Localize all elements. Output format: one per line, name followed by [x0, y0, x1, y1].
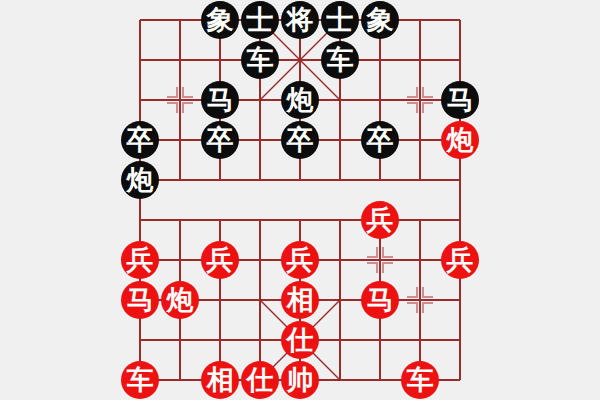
point-marker	[407, 287, 433, 313]
red-horse[interactable]: 马	[361, 281, 399, 319]
black-horse[interactable]: 马	[201, 81, 239, 119]
piece-glyph: 象	[367, 7, 394, 34]
piece-glyph: 车	[407, 367, 434, 394]
black-cannon[interactable]: 炮	[121, 161, 159, 199]
piece-glyph: 仕	[287, 327, 314, 354]
black-general[interactable]: 将	[281, 1, 319, 39]
point-marker	[407, 87, 433, 113]
xiangqi-diagram: 象士将士象车车马炮马卒卒卒卒炮炮兵兵兵兵兵马炮相马仕车相仕帅车	[0, 0, 600, 400]
piece-glyph: 车	[327, 47, 354, 74]
piece-glyph: 炮	[287, 87, 314, 114]
piece-glyph: 将	[287, 7, 314, 34]
piece-glyph: 炮	[167, 287, 194, 314]
piece-glyph: 兵	[447, 247, 474, 274]
piece-glyph: 马	[207, 87, 234, 114]
piece-glyph: 象	[207, 7, 234, 34]
piece-glyph: 相	[207, 367, 234, 394]
red-chariot[interactable]: 车	[401, 361, 439, 399]
black-soldier[interactable]: 卒	[361, 121, 399, 159]
piece-glyph: 士	[247, 7, 274, 34]
black-advisor[interactable]: 士	[241, 1, 279, 39]
piece-glyph: 仕	[247, 367, 274, 394]
red-soldier[interactable]: 兵	[281, 241, 319, 279]
red-soldier[interactable]: 兵	[441, 241, 479, 279]
black-soldier[interactable]: 卒	[281, 121, 319, 159]
red-soldier[interactable]: 兵	[361, 201, 399, 239]
black-horse[interactable]: 马	[441, 81, 479, 119]
piece-glyph: 兵	[287, 247, 314, 274]
piece-glyph: 兵	[207, 247, 234, 274]
piece-glyph: 卒	[367, 127, 394, 154]
red-elephant[interactable]: 相	[201, 361, 239, 399]
red-cannon[interactable]: 炮	[161, 281, 199, 319]
piece-glyph: 马	[367, 287, 394, 314]
black-soldier[interactable]: 卒	[201, 121, 239, 159]
piece-glyph: 兵	[127, 247, 154, 274]
red-soldier[interactable]: 兵	[121, 241, 159, 279]
piece-glyph: 炮	[447, 127, 474, 154]
piece-glyph: 卒	[127, 127, 154, 154]
point-marker	[167, 87, 193, 113]
black-chariot[interactable]: 车	[241, 41, 279, 79]
piece-glyph: 卒	[207, 127, 234, 154]
red-elephant[interactable]: 相	[281, 281, 319, 319]
red-advisor[interactable]: 仕	[281, 321, 319, 359]
piece-glyph: 车	[247, 47, 274, 74]
piece-glyph: 兵	[367, 207, 394, 234]
piece-glyph: 炮	[127, 167, 154, 194]
black-soldier[interactable]: 卒	[121, 121, 159, 159]
red-soldier[interactable]: 兵	[201, 241, 239, 279]
piece-glyph: 士	[327, 7, 354, 34]
black-elephant[interactable]: 象	[201, 1, 239, 39]
red-general[interactable]: 帅	[281, 361, 319, 399]
piece-glyph: 相	[287, 287, 314, 314]
piece-glyph: 卒	[287, 127, 314, 154]
black-advisor[interactable]: 士	[321, 1, 359, 39]
piece-glyph: 马	[127, 287, 154, 314]
piece-glyph: 马	[447, 87, 474, 114]
point-marker	[367, 247, 393, 273]
piece-glyph: 车	[127, 367, 154, 394]
black-cannon[interactable]: 炮	[281, 81, 319, 119]
black-elephant[interactable]: 象	[361, 1, 399, 39]
red-horse[interactable]: 马	[121, 281, 159, 319]
red-advisor[interactable]: 仕	[241, 361, 279, 399]
xiangqi-board: 象士将士象车车马炮马卒卒卒卒炮炮兵兵兵兵兵马炮相马仕车相仕帅车	[120, 0, 480, 400]
piece-glyph: 帅	[287, 367, 314, 394]
black-chariot[interactable]: 车	[321, 41, 359, 79]
red-chariot[interactable]: 车	[121, 361, 159, 399]
red-cannon[interactable]: 炮	[441, 121, 479, 159]
